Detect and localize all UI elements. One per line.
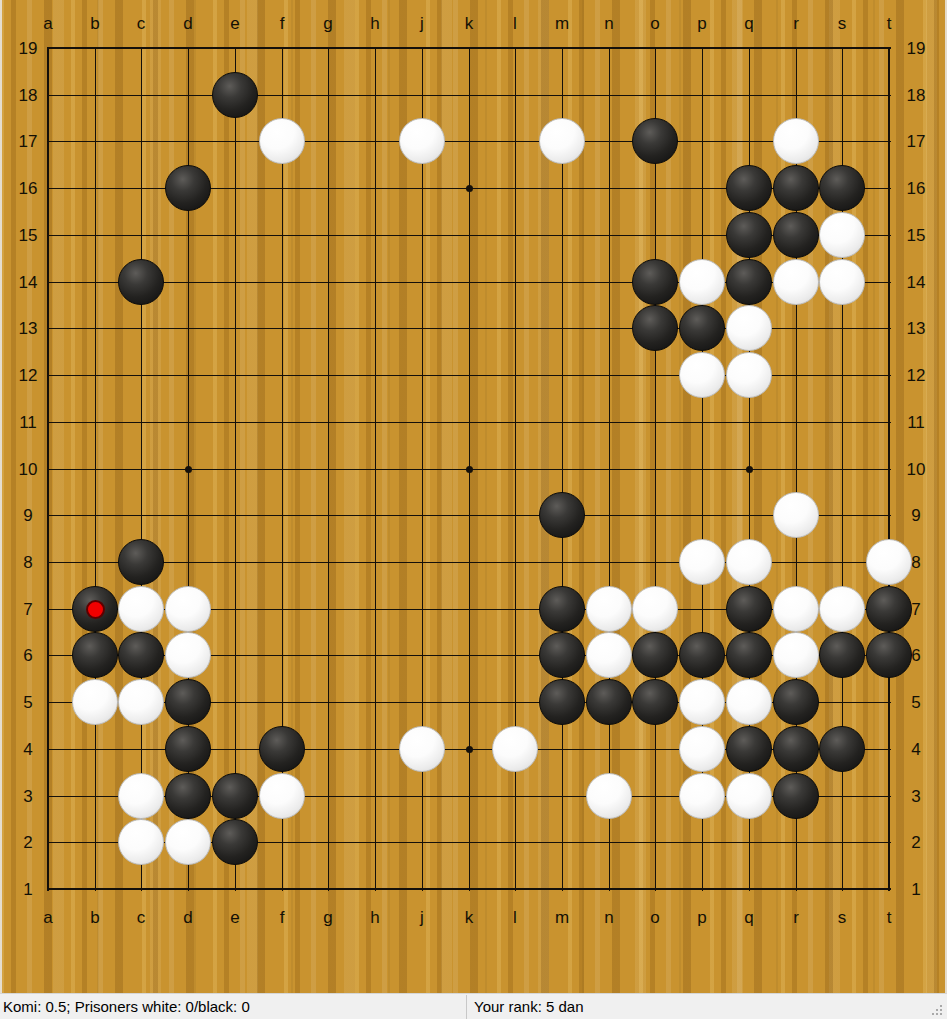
stone-black — [212, 773, 258, 819]
stone-white — [679, 773, 725, 819]
grid-line-horizontal — [47, 888, 891, 890]
row-label-right: 11 — [907, 414, 925, 431]
row-label-right: 4 — [911, 741, 920, 758]
stone-black — [632, 679, 678, 725]
column-label-bottom: c — [137, 909, 146, 926]
column-label-bottom: s — [838, 909, 847, 926]
stone-black — [819, 632, 865, 678]
window-left-edge — [0, 0, 2, 993]
row-label-right: 18 — [907, 87, 926, 104]
stone-black — [212, 819, 258, 865]
status-bar: Komi: 0.5; Prisoners white: 0/black: 0 Y… — [0, 993, 947, 1019]
stone-black — [118, 632, 164, 678]
column-label-top: d — [183, 15, 192, 32]
row-label-right: 17 — [907, 133, 926, 150]
resize-grip-icon[interactable] — [932, 1005, 934, 1007]
grid-line-vertical — [655, 47, 656, 891]
row-label-left: 15 — [19, 227, 38, 244]
stone-white — [726, 679, 772, 725]
row-label-right: 8 — [911, 554, 920, 571]
row-label-right: 10 — [907, 461, 926, 478]
column-label-bottom: l — [513, 909, 517, 926]
star-point — [746, 466, 753, 473]
column-label-top: p — [697, 15, 706, 32]
stone-white — [819, 259, 865, 305]
stone-white — [866, 539, 912, 585]
row-label-right: 7 — [911, 601, 920, 618]
stone-white — [399, 118, 445, 164]
stone-white — [118, 819, 164, 865]
stone-white — [773, 586, 819, 632]
stone-black — [539, 586, 585, 632]
stone-black — [632, 118, 678, 164]
stone-black — [773, 726, 819, 772]
stone-black — [866, 586, 912, 632]
star-point — [466, 185, 473, 192]
row-label-right: 19 — [907, 40, 926, 57]
column-label-bottom: e — [230, 909, 239, 926]
column-label-bottom: f — [280, 909, 285, 926]
stone-white — [773, 632, 819, 678]
stone-black — [118, 259, 164, 305]
stone-white — [586, 773, 632, 819]
stone-white — [773, 492, 819, 538]
stone-white — [679, 539, 725, 585]
stone-black — [773, 679, 819, 725]
stone-white — [259, 118, 305, 164]
stone-white — [399, 726, 445, 772]
column-label-top: h — [370, 15, 379, 32]
stone-white — [539, 118, 585, 164]
stone-white — [259, 773, 305, 819]
stone-black — [773, 773, 819, 819]
stone-white — [726, 305, 772, 351]
stone-black — [773, 212, 819, 258]
stone-black — [539, 679, 585, 725]
row-label-left: 8 — [23, 554, 32, 571]
stone-white — [586, 632, 632, 678]
last-move-marker — [86, 600, 105, 619]
row-label-left: 4 — [23, 741, 32, 758]
column-label-top: k — [465, 15, 474, 32]
column-label-bottom: h — [370, 909, 379, 926]
column-label-bottom: t — [887, 909, 892, 926]
star-point — [466, 746, 473, 753]
column-label-top: n — [604, 15, 613, 32]
column-label-bottom: d — [183, 909, 192, 926]
row-label-left: 6 — [23, 647, 32, 664]
stone-black — [72, 632, 118, 678]
row-label-left: 5 — [23, 694, 32, 711]
stone-black — [165, 165, 211, 211]
row-label-right: 16 — [907, 180, 926, 197]
row-label-left: 17 — [19, 133, 38, 150]
column-label-top: e — [230, 15, 239, 32]
row-label-right: 12 — [907, 367, 926, 384]
column-label-bottom: q — [744, 909, 753, 926]
stone-white — [165, 632, 211, 678]
stone-black — [726, 212, 772, 258]
column-label-top: l — [513, 15, 517, 32]
column-label-top: s — [838, 15, 847, 32]
row-label-left: 2 — [23, 834, 32, 851]
stone-black — [773, 165, 819, 211]
stone-black — [165, 679, 211, 725]
column-label-bottom: k — [465, 909, 474, 926]
column-label-top: m — [555, 15, 569, 32]
row-label-left: 18 — [19, 87, 38, 104]
column-label-top: b — [90, 15, 99, 32]
grid-line-vertical — [609, 47, 610, 891]
row-label-right: 15 — [907, 227, 926, 244]
stone-white — [819, 212, 865, 258]
row-label-right: 13 — [907, 320, 926, 337]
row-label-right: 1 — [911, 881, 920, 898]
stone-black — [212, 72, 258, 118]
row-label-left: 19 — [19, 40, 38, 57]
status-separator — [466, 995, 467, 1019]
row-label-left: 11 — [19, 414, 37, 431]
row-label-right: 5 — [911, 694, 920, 711]
go-board[interactable]: aabbccddeeffgghhjjkkllmmnnooppqqrrsstt19… — [0, 0, 947, 993]
stone-white — [726, 352, 772, 398]
stone-black — [726, 632, 772, 678]
stone-black — [726, 165, 772, 211]
grid-line-vertical — [888, 47, 890, 891]
stone-white — [773, 259, 819, 305]
row-label-right: 14 — [907, 274, 926, 291]
grid-line-vertical — [562, 47, 563, 891]
stone-white — [726, 773, 772, 819]
row-label-right: 6 — [911, 647, 920, 664]
grid-line-horizontal — [47, 515, 891, 516]
column-label-bottom: b — [90, 909, 99, 926]
stone-black — [632, 632, 678, 678]
stone-black — [586, 679, 632, 725]
stone-white — [773, 118, 819, 164]
stone-black — [726, 259, 772, 305]
column-label-bottom: g — [323, 909, 332, 926]
stone-white — [679, 259, 725, 305]
column-label-top: j — [420, 15, 424, 32]
stone-black — [539, 632, 585, 678]
column-label-bottom: n — [604, 909, 613, 926]
status-komi-prisoners: Komi: 0.5; Prisoners white: 0/black: 0 — [3, 994, 250, 1019]
status-rank: Your rank: 5 dan — [474, 994, 584, 1019]
row-label-left: 10 — [19, 461, 38, 478]
stone-black — [632, 305, 678, 351]
stone-white — [726, 539, 772, 585]
row-label-left: 14 — [19, 274, 38, 291]
row-label-right: 3 — [911, 788, 920, 805]
stone-white — [72, 679, 118, 725]
column-label-bottom: j — [420, 909, 424, 926]
stone-white — [586, 586, 632, 632]
stone-white — [819, 586, 865, 632]
stone-white — [165, 819, 211, 865]
stone-black — [165, 726, 211, 772]
column-label-top: a — [43, 15, 52, 32]
stone-white — [679, 726, 725, 772]
row-label-left: 13 — [19, 320, 38, 337]
stone-white — [632, 586, 678, 632]
row-label-left: 16 — [19, 180, 38, 197]
stone-white — [118, 586, 164, 632]
row-label-right: 2 — [911, 834, 920, 851]
stone-white — [165, 586, 211, 632]
stone-black — [539, 492, 585, 538]
stone-black — [726, 726, 772, 772]
stone-black — [819, 165, 865, 211]
row-label-right: 9 — [911, 507, 920, 524]
stone-black — [118, 539, 164, 585]
column-label-top: t — [887, 15, 892, 32]
stone-black — [726, 586, 772, 632]
stone-white — [118, 679, 164, 725]
star-point — [185, 466, 192, 473]
row-label-left: 7 — [23, 601, 32, 618]
column-label-bottom: r — [793, 909, 799, 926]
column-label-top: r — [793, 15, 799, 32]
column-label-top: g — [323, 15, 332, 32]
stone-white — [492, 726, 538, 772]
stone-white — [679, 679, 725, 725]
row-label-left: 3 — [23, 788, 32, 805]
row-label-left: 12 — [19, 367, 38, 384]
column-label-top: c — [137, 15, 146, 32]
row-label-left: 9 — [23, 507, 32, 524]
stone-black — [165, 773, 211, 819]
stone-white — [679, 352, 725, 398]
column-label-top: f — [280, 15, 285, 32]
column-label-bottom: p — [697, 909, 706, 926]
stone-black — [679, 632, 725, 678]
column-label-top: o — [650, 15, 659, 32]
stone-black — [259, 726, 305, 772]
column-label-bottom: m — [555, 909, 569, 926]
row-label-left: 1 — [23, 881, 32, 898]
column-label-top: q — [744, 15, 753, 32]
column-label-bottom: o — [650, 909, 659, 926]
column-label-bottom: a — [43, 909, 52, 926]
stone-black — [632, 259, 678, 305]
stone-black — [866, 632, 912, 678]
stone-white — [118, 773, 164, 819]
stone-black — [819, 726, 865, 772]
star-point — [466, 466, 473, 473]
stone-black — [679, 305, 725, 351]
